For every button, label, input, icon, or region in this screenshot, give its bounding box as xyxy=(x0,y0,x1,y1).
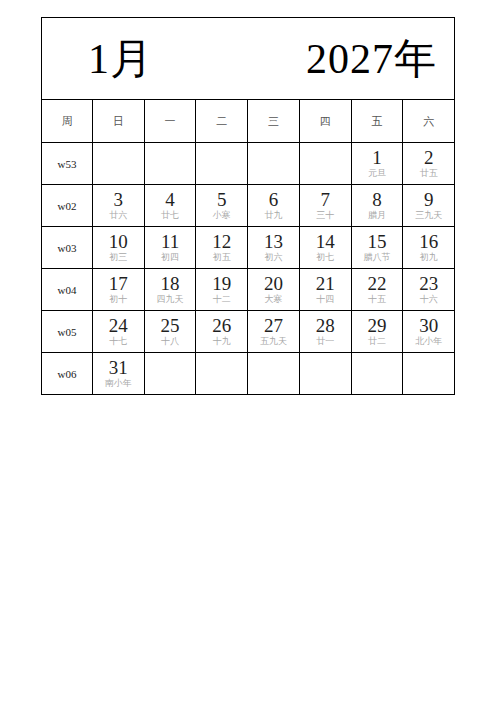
day-cell: 24十七 xyxy=(92,310,144,352)
day-number: 28 xyxy=(316,316,335,335)
day-number: 5 xyxy=(217,190,227,209)
weekday-label: 三 xyxy=(268,114,279,129)
day-number: 16 xyxy=(419,232,438,251)
day-number: 31 xyxy=(109,358,128,377)
lunar-date-label: 南小年 xyxy=(105,377,132,389)
lunar-date-label: 初四 xyxy=(161,251,179,263)
day-cell: 27五九天 xyxy=(247,310,299,352)
weekday-header-5: 五 xyxy=(351,100,403,142)
empty-day-cell xyxy=(195,352,247,394)
empty-day-cell xyxy=(351,352,403,394)
day-cell: 21十四 xyxy=(299,268,351,310)
empty-day-cell xyxy=(299,352,351,394)
lunar-date-label: 初五 xyxy=(213,251,231,263)
week-number-label: w06 xyxy=(58,368,77,380)
empty-day-cell xyxy=(144,352,196,394)
day-number: 8 xyxy=(372,190,382,209)
lunar-date-label: 初七 xyxy=(316,251,334,263)
day-number: 24 xyxy=(109,316,128,335)
day-number: 11 xyxy=(161,232,179,251)
week-number-label: w05 xyxy=(58,326,77,338)
day-number: 14 xyxy=(316,232,335,251)
lunar-date-label: 十五 xyxy=(368,293,386,305)
day-cell: 31南小年 xyxy=(92,352,144,394)
day-number: 18 xyxy=(161,274,180,293)
weekday-label: 四 xyxy=(320,114,331,129)
weekday-label: 日 xyxy=(113,114,124,129)
day-cell: 3廿六 xyxy=(92,184,144,226)
day-cell: 30北小年 xyxy=(402,310,454,352)
lunar-date-label: 十六 xyxy=(420,293,438,305)
lunar-date-label: 廿五 xyxy=(420,167,438,179)
year-title: 2027年 xyxy=(306,31,437,87)
day-number: 25 xyxy=(161,316,180,335)
day-cell: 8腊月 xyxy=(351,184,403,226)
day-cell: 26十九 xyxy=(195,310,247,352)
day-number: 1 xyxy=(372,148,382,167)
day-cell: 19十二 xyxy=(195,268,247,310)
lunar-date-label: 十四 xyxy=(316,293,334,305)
weekday-header-3: 三 xyxy=(247,100,299,142)
day-number: 30 xyxy=(419,316,438,335)
day-cell: 28廿一 xyxy=(299,310,351,352)
day-cell: 15腊八节 xyxy=(351,226,403,268)
lunar-date-label: 廿六 xyxy=(109,209,127,221)
day-cell: 12初五 xyxy=(195,226,247,268)
day-cell: 9三九天 xyxy=(402,184,454,226)
week-label-cell: w53 xyxy=(42,142,92,184)
lunar-date-label: 腊月 xyxy=(368,209,386,221)
weekday-label: 五 xyxy=(371,114,382,129)
week-label-cell: w02 xyxy=(42,184,92,226)
week-number-label: w02 xyxy=(58,200,77,212)
day-number: 13 xyxy=(264,232,283,251)
calendar-grid: 周日一二三四五六w531元旦2廿五w023廿六4廿七5小寒6廿九7三十8腊月9三… xyxy=(42,100,454,394)
day-cell: 23十六 xyxy=(402,268,454,310)
day-cell: 10初三 xyxy=(92,226,144,268)
day-number: 9 xyxy=(424,190,434,209)
weekday-header-0: 日 xyxy=(92,100,144,142)
day-number: 7 xyxy=(320,190,330,209)
weekday-header-1: 一 xyxy=(144,100,196,142)
day-number: 27 xyxy=(264,316,283,335)
lunar-date-label: 廿七 xyxy=(161,209,179,221)
day-number: 12 xyxy=(212,232,231,251)
calendar-table: 1月 2027年 周日一二三四五六w531元旦2廿五w023廿六4廿七5小寒6廿… xyxy=(41,17,455,395)
day-number: 4 xyxy=(165,190,175,209)
week-label-cell: w06 xyxy=(42,352,92,394)
empty-day-cell xyxy=(195,142,247,184)
day-cell: 18四九天 xyxy=(144,268,196,310)
lunar-date-label: 元旦 xyxy=(368,167,386,179)
day-cell: 4廿七 xyxy=(144,184,196,226)
lunar-date-label: 初三 xyxy=(109,251,127,263)
day-cell: 7三十 xyxy=(299,184,351,226)
day-number: 17 xyxy=(109,274,128,293)
empty-day-cell xyxy=(247,352,299,394)
empty-day-cell xyxy=(144,142,196,184)
day-cell: 17初十 xyxy=(92,268,144,310)
weekday-label: 六 xyxy=(423,114,434,129)
empty-day-cell xyxy=(247,142,299,184)
empty-day-cell xyxy=(299,142,351,184)
month-title: 1月 xyxy=(88,31,153,87)
day-number: 29 xyxy=(367,316,386,335)
week-label-cell: w04 xyxy=(42,268,92,310)
day-number: 21 xyxy=(316,274,335,293)
lunar-date-label: 初九 xyxy=(420,251,438,263)
day-number: 6 xyxy=(269,190,279,209)
day-number: 26 xyxy=(212,316,231,335)
empty-day-cell xyxy=(92,142,144,184)
lunar-date-label: 廿一 xyxy=(316,335,334,347)
lunar-date-label: 腊八节 xyxy=(363,251,390,263)
day-cell: 22十五 xyxy=(351,268,403,310)
lunar-date-label: 小寒 xyxy=(213,209,231,221)
day-number: 2 xyxy=(424,148,434,167)
day-number: 10 xyxy=(109,232,128,251)
week-label-cell: w03 xyxy=(42,226,92,268)
day-cell: 14初七 xyxy=(299,226,351,268)
lunar-date-label: 十七 xyxy=(109,335,127,347)
day-cell: 25十八 xyxy=(144,310,196,352)
day-cell: 11初四 xyxy=(144,226,196,268)
weekday-header-2: 二 xyxy=(195,100,247,142)
day-cell: 1元旦 xyxy=(351,142,403,184)
day-number: 20 xyxy=(264,274,283,293)
weekday-label: 一 xyxy=(165,114,176,129)
lunar-date-label: 北小年 xyxy=(415,335,442,347)
lunar-date-label: 三九天 xyxy=(415,209,442,221)
day-cell: 2廿五 xyxy=(402,142,454,184)
lunar-date-label: 十八 xyxy=(161,335,179,347)
lunar-date-label: 五九天 xyxy=(260,335,287,347)
day-number: 3 xyxy=(114,190,124,209)
lunar-date-label: 初十 xyxy=(109,293,127,305)
empty-day-cell xyxy=(402,352,454,394)
day-cell: 13初六 xyxy=(247,226,299,268)
day-number: 15 xyxy=(367,232,386,251)
day-cell: 20大寒 xyxy=(247,268,299,310)
week-column-header: 周 xyxy=(42,100,92,142)
lunar-date-label: 十九 xyxy=(213,335,231,347)
weekday-label: 二 xyxy=(216,114,227,129)
week-number-label: w03 xyxy=(58,242,77,254)
lunar-date-label: 三十 xyxy=(316,209,334,221)
week-number-label: w04 xyxy=(58,284,77,296)
day-number: 23 xyxy=(419,274,438,293)
day-number: 19 xyxy=(212,274,231,293)
day-cell: 5小寒 xyxy=(195,184,247,226)
weekday-header-6: 六 xyxy=(402,100,454,142)
lunar-date-label: 廿九 xyxy=(264,209,282,221)
lunar-date-label: 四九天 xyxy=(157,293,184,305)
lunar-date-label: 大寒 xyxy=(264,293,282,305)
lunar-date-label: 初六 xyxy=(264,251,282,263)
week-number-label: w53 xyxy=(58,158,77,170)
day-number: 22 xyxy=(367,274,386,293)
day-cell: 6廿九 xyxy=(247,184,299,226)
lunar-date-label: 十二 xyxy=(213,293,231,305)
day-cell: 29廿二 xyxy=(351,310,403,352)
weekday-header-4: 四 xyxy=(299,100,351,142)
calendar-page: 1月 2027年 周日一二三四五六w531元旦2廿五w023廿六4廿七5小寒6廿… xyxy=(0,0,496,702)
week-column-header-label: 周 xyxy=(62,114,73,129)
lunar-date-label: 廿二 xyxy=(368,335,386,347)
week-label-cell: w05 xyxy=(42,310,92,352)
day-cell: 16初九 xyxy=(402,226,454,268)
title-row: 1月 2027年 xyxy=(42,18,454,100)
